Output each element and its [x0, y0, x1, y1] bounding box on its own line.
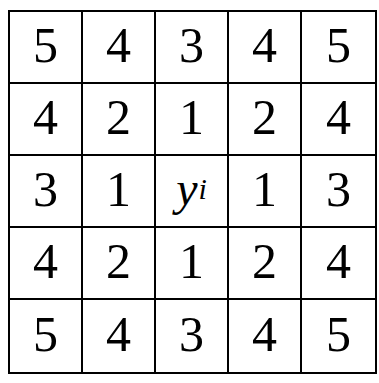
center-variable-y: y: [176, 165, 197, 213]
grid-cell-r4c4: 2: [229, 228, 302, 300]
grid-cell-r2c5: 4: [302, 84, 375, 156]
grid-cell-r4c1: 4: [10, 228, 83, 300]
grid-cell-r1c5: 5: [302, 12, 375, 84]
grid-cell-r3c1: 3: [10, 156, 83, 228]
grid-cell-r1c2: 4: [83, 12, 156, 84]
grid-cell-r3c2: 1: [83, 156, 156, 228]
grid-cell-r3c4: 1: [229, 156, 302, 228]
grid-cell-r4c2: 2: [83, 228, 156, 300]
grid-cell-r2c2: 2: [83, 84, 156, 156]
grid-cell-r1c4: 4: [229, 12, 302, 84]
number-grid: 5 4 3 4 5 4 2 1 2 4 3 1 yi 1 3 4 2 1 2 4…: [8, 10, 377, 374]
center-subscript-i: i: [198, 174, 206, 204]
grid-cell-r5c2: 4: [83, 300, 156, 372]
grid-cell-r3c3-center-pixel: yi: [156, 156, 229, 228]
grid-cell-r5c5: 5: [302, 300, 375, 372]
figure-page: 5 4 3 4 5 4 2 1 2 4 3 1 yi 1 3 4 2 1 2 4…: [0, 0, 379, 383]
grid-cell-r4c5: 4: [302, 228, 375, 300]
grid-cell-r5c3: 3: [156, 300, 229, 372]
grid-cell-r2c1: 4: [10, 84, 83, 156]
grid-cell-r3c5: 3: [302, 156, 375, 228]
grid-cell-r5c1: 5: [10, 300, 83, 372]
grid-cell-r5c4: 4: [229, 300, 302, 372]
grid-cell-r1c3: 3: [156, 12, 229, 84]
grid-cell-r2c3: 1: [156, 84, 229, 156]
grid-cell-r4c3: 1: [156, 228, 229, 300]
grid-cell-r1c1: 5: [10, 12, 83, 84]
grid-cell-r2c4: 2: [229, 84, 302, 156]
